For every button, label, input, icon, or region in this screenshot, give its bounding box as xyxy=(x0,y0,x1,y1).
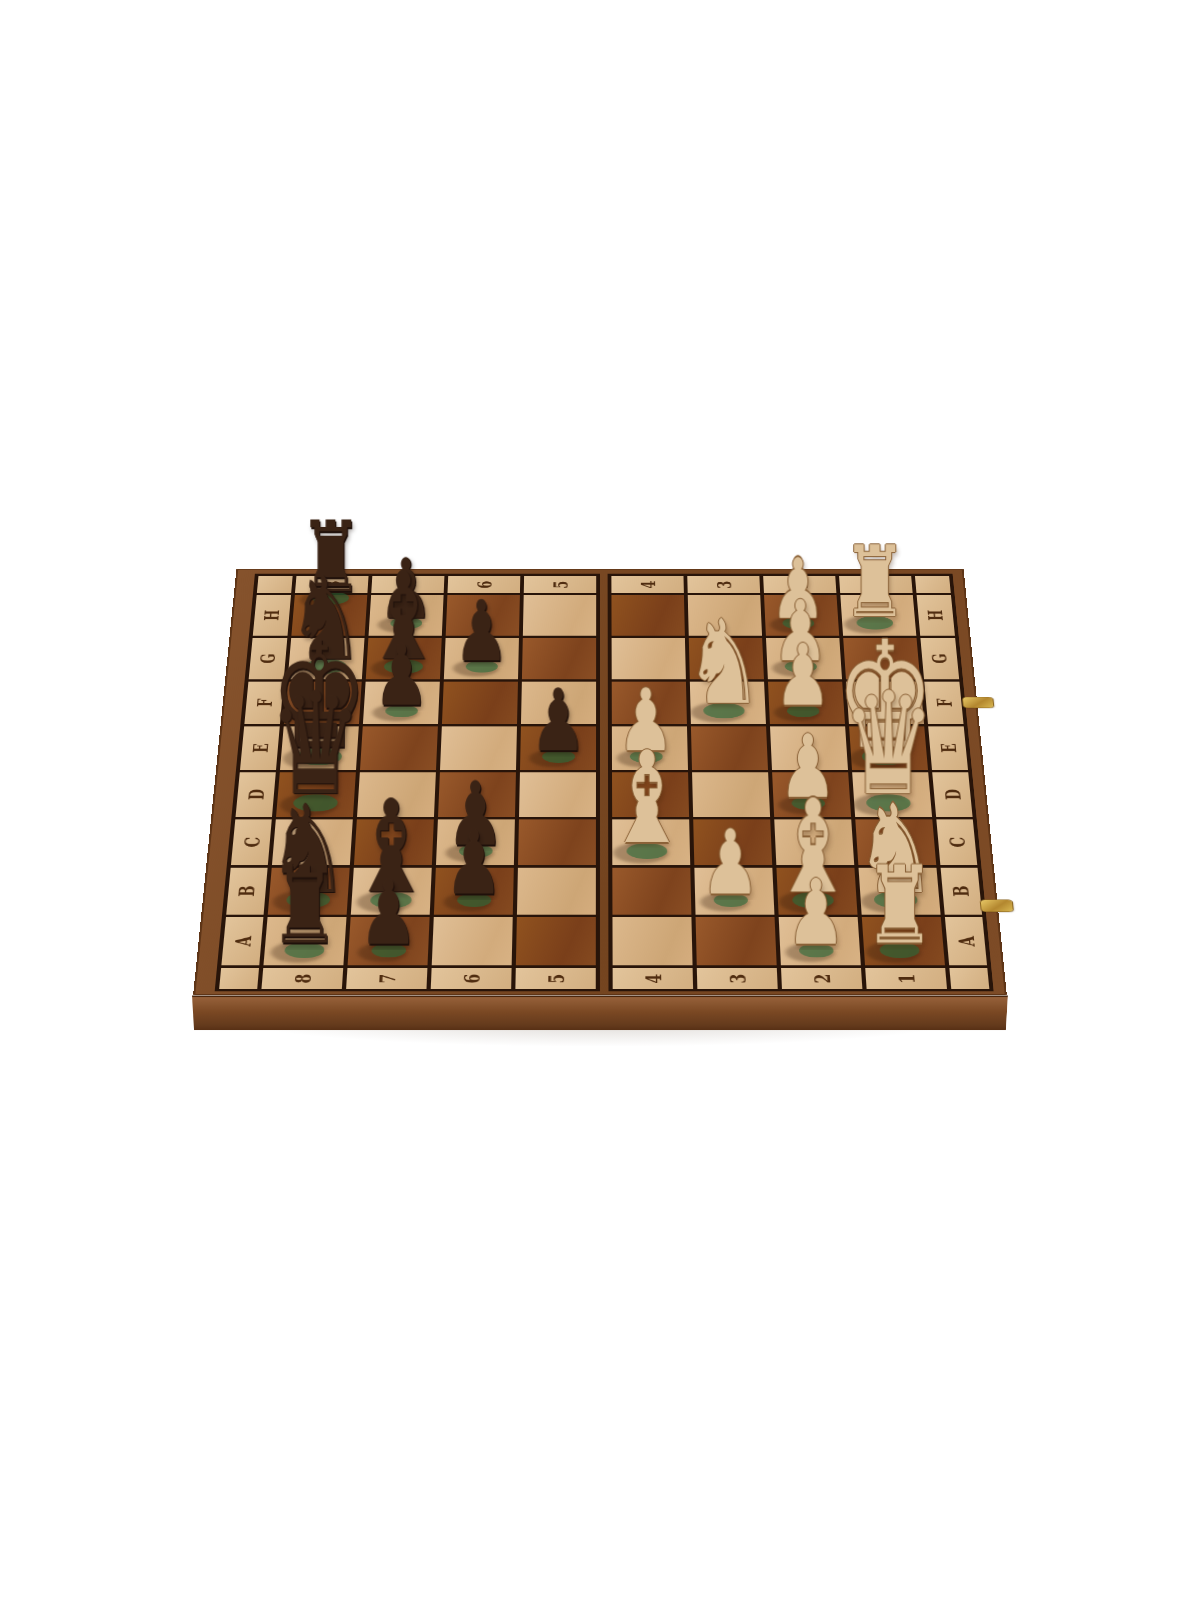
board-front-edge xyxy=(192,995,1008,1030)
rank-label-text-3: 3 xyxy=(726,974,748,984)
file-label-right-B: B xyxy=(938,866,984,915)
square-h5[interactable] xyxy=(521,594,598,637)
file-label-text-F: F xyxy=(933,699,954,707)
file-label-text-A: A xyxy=(954,936,977,946)
file-label-text-B: B xyxy=(236,885,259,896)
file-label-text-H: H xyxy=(925,610,946,621)
square-a6[interactable] xyxy=(430,916,515,967)
file-label-text-A: A xyxy=(231,936,254,946)
product-photo-chess-set: { "game": "chess", "description": "Foldi… xyxy=(0,0,1200,1600)
square-b5[interactable] xyxy=(515,866,598,915)
file-label-right-A: A xyxy=(943,916,990,967)
square-h4[interactable] xyxy=(610,594,687,637)
file-label-text-H: H xyxy=(261,610,282,621)
file-label-right-C: C xyxy=(934,818,979,866)
piece-black-rook-a8[interactable]: ♜ xyxy=(269,862,340,950)
rank-label-bottom-5: 5 xyxy=(513,967,598,991)
rank-label-top-4: 4 xyxy=(609,575,685,594)
square-a4[interactable] xyxy=(610,916,694,967)
rank-label-top-5: 5 xyxy=(522,575,598,594)
band-corner xyxy=(913,575,953,594)
file-label-text-D: D xyxy=(245,789,267,800)
file-label-left-B: B xyxy=(224,866,270,915)
rank-label-text-5: 5 xyxy=(545,974,567,984)
piece-black-pawn-f7[interactable]: ♟ xyxy=(373,641,429,711)
square-c5[interactable] xyxy=(516,818,598,866)
rank-label-bottom-8: 8 xyxy=(259,967,345,991)
rank-label-text-4: 4 xyxy=(638,581,658,589)
band-corner xyxy=(947,967,991,991)
square-d5[interactable] xyxy=(517,771,598,818)
rank-label-text-6: 6 xyxy=(460,974,482,984)
rank-label-text-2: 2 xyxy=(810,974,833,984)
piece-black-pawn-e5[interactable]: ♟ xyxy=(530,686,587,757)
piece-black-pawn-b6[interactable]: ♟ xyxy=(444,827,503,900)
square-b4[interactable] xyxy=(610,866,693,915)
piece-white-bishop-c4[interactable]: ♝ xyxy=(605,747,689,851)
rank-label-text-4: 4 xyxy=(642,974,664,984)
piece-black-pawn-a7[interactable]: ♟ xyxy=(358,876,418,950)
square-a3[interactable] xyxy=(693,916,778,967)
piece-white-knight-f3[interactable]: ♞ xyxy=(685,615,763,711)
rank-label-text-7: 7 xyxy=(376,974,399,984)
square-f6[interactable] xyxy=(440,680,520,725)
rank-label-text-2: 2 xyxy=(789,581,809,589)
file-label-left-A: A xyxy=(219,916,265,967)
piece-white-pawn-b3[interactable]: ♟ xyxy=(701,827,760,900)
square-e7[interactable] xyxy=(358,725,440,771)
file-label-text-C: C xyxy=(946,837,968,847)
rank-label-text-3: 3 xyxy=(714,581,734,589)
piece-white-pawn-a2[interactable]: ♟ xyxy=(786,876,846,950)
rank-label-bottom-6: 6 xyxy=(429,967,514,991)
perspective-scene: 8765HGFEDCBA87654321HGFEDCBA4321 ♜♟♟♜♞♝♟… xyxy=(0,0,1200,1600)
piece-white-pawn-f2[interactable]: ♟ xyxy=(775,641,831,711)
file-label-right-D: D xyxy=(930,771,975,818)
square-a5[interactable] xyxy=(514,916,598,967)
rank-label-text-8: 8 xyxy=(291,974,314,984)
rank-label-text-1: 1 xyxy=(865,581,886,589)
rank-label-bottom-3: 3 xyxy=(695,967,780,991)
rank-label-bottom-4: 4 xyxy=(611,967,696,991)
rank-label-text-1: 1 xyxy=(895,974,918,984)
rank-label-text-5: 5 xyxy=(550,581,570,589)
chess-board: 8765HGFEDCBA87654321HGFEDCBA4321 ♜♟♟♜♞♝♟… xyxy=(193,569,1007,996)
file-label-text-C: C xyxy=(240,837,262,847)
piece-white-rook-a1[interactable]: ♜ xyxy=(864,862,935,950)
rank-label-text-6: 6 xyxy=(474,581,494,589)
rank-label-top-3: 3 xyxy=(685,575,762,594)
rank-label-text-8: 8 xyxy=(322,581,343,589)
file-label-text-B: B xyxy=(950,885,973,896)
brass-clasp-icon xyxy=(963,697,994,707)
rank-label-bottom-1: 1 xyxy=(863,967,949,991)
rank-label-bottom-2: 2 xyxy=(779,967,865,991)
square-e3[interactable] xyxy=(689,725,770,771)
rank-label-text-7: 7 xyxy=(398,581,418,589)
file-label-text-D: D xyxy=(941,789,963,800)
band-corner xyxy=(217,967,261,991)
piece-black-pawn-g6[interactable]: ♟ xyxy=(453,597,509,666)
rank-label-bottom-7: 7 xyxy=(344,967,430,991)
file-label-text-E: E xyxy=(937,743,959,752)
